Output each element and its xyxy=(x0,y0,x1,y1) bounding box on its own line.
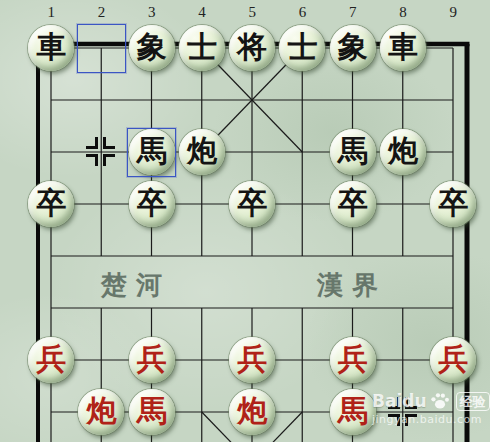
red-piece[interactable]: 兵 xyxy=(229,337,275,383)
black-piece[interactable]: 卒 xyxy=(28,181,74,227)
black-piece[interactable]: 士 xyxy=(279,25,325,71)
piece-glyph: 兵 xyxy=(36,344,66,374)
column-label: 4 xyxy=(198,4,206,21)
piece-glyph: 車 xyxy=(36,32,66,62)
piece-glyph: 士 xyxy=(287,32,317,62)
red-piece[interactable]: 兵 xyxy=(129,337,175,383)
piece-glyph: 兵 xyxy=(338,344,368,374)
black-piece[interactable]: 卒 xyxy=(430,181,476,227)
piece-glyph: 炮 xyxy=(187,136,217,166)
piece-glyph: 卒 xyxy=(137,188,167,218)
piece-glyph: 将 xyxy=(237,32,267,62)
red-piece[interactable]: 兵 xyxy=(330,337,376,383)
baidu-jingyan-watermark: Baidu 经验 jingyan.baidu.com xyxy=(372,391,490,426)
piece-glyph: 兵 xyxy=(438,344,468,374)
red-piece[interactable]: 馬 xyxy=(129,389,175,435)
xiangqi-board: 123456789 楚 河 漢 界 車象士将士象車馬炮馬炮卒卒卒卒卒兵兵兵兵兵炮… xyxy=(0,0,490,442)
column-label: 5 xyxy=(248,4,256,21)
piece-glyph: 馬 xyxy=(338,396,368,426)
black-piece[interactable]: 将 xyxy=(229,25,275,71)
watermark-badge: 经验 xyxy=(456,392,490,411)
column-labels: 123456789 xyxy=(26,0,478,24)
column-label: 3 xyxy=(148,4,156,21)
piece-glyph: 兵 xyxy=(137,344,167,374)
black-piece[interactable]: 卒 xyxy=(129,181,175,227)
piece-glyph: 象 xyxy=(338,32,368,62)
column-label: 8 xyxy=(399,4,407,21)
red-piece[interactable]: 兵 xyxy=(28,337,74,383)
red-piece[interactable]: 炮 xyxy=(229,389,275,435)
piece-glyph: 卒 xyxy=(237,188,267,218)
watermark-brand-text: Baidu xyxy=(372,391,427,411)
baidu-paw-icon xyxy=(430,392,450,410)
piece-glyph: 馬 xyxy=(137,396,167,426)
black-piece[interactable]: 士 xyxy=(179,25,225,71)
black-piece[interactable]: 車 xyxy=(380,25,426,71)
black-piece[interactable]: 象 xyxy=(129,25,175,71)
black-piece[interactable]: 炮 xyxy=(179,129,225,175)
piece-glyph: 炮 xyxy=(86,396,116,426)
black-piece[interactable]: 車 xyxy=(28,25,74,71)
black-piece[interactable]: 卒 xyxy=(330,181,376,227)
black-piece[interactable]: 馬 xyxy=(330,129,376,175)
column-label: 6 xyxy=(299,4,307,21)
black-piece[interactable]: 卒 xyxy=(229,181,275,227)
piece-glyph: 士 xyxy=(187,32,217,62)
piece-glyph: 兵 xyxy=(237,344,267,374)
piece-glyph: 象 xyxy=(137,32,167,62)
piece-glyph: 卒 xyxy=(338,188,368,218)
piece-glyph: 卒 xyxy=(438,188,468,218)
piece-glyph: 炮 xyxy=(237,396,267,426)
last-move-highlight-box xyxy=(77,24,126,73)
red-piece[interactable]: 馬 xyxy=(330,389,376,435)
black-piece[interactable]: 炮 xyxy=(380,129,426,175)
red-piece[interactable]: 兵 xyxy=(430,337,476,383)
column-label: 1 xyxy=(47,4,55,21)
piece-glyph: 卒 xyxy=(36,188,66,218)
black-piece[interactable]: 象 xyxy=(330,25,376,71)
column-label: 2 xyxy=(98,4,106,21)
piece-glyph: 炮 xyxy=(388,136,418,166)
board-grid[interactable]: 車象士将士象車馬炮馬炮卒卒卒卒卒兵兵兵兵兵炮馬炮馬 xyxy=(26,22,478,438)
column-label: 9 xyxy=(449,4,457,21)
red-piece[interactable]: 炮 xyxy=(78,389,124,435)
piece-glyph: 馬 xyxy=(338,136,368,166)
last-move-highlight-box xyxy=(127,128,176,177)
move-origin-cross-marker xyxy=(86,137,116,167)
watermark-url: jingyan.baidu.com xyxy=(372,413,490,426)
piece-glyph: 車 xyxy=(388,32,418,62)
column-label: 7 xyxy=(349,4,357,21)
